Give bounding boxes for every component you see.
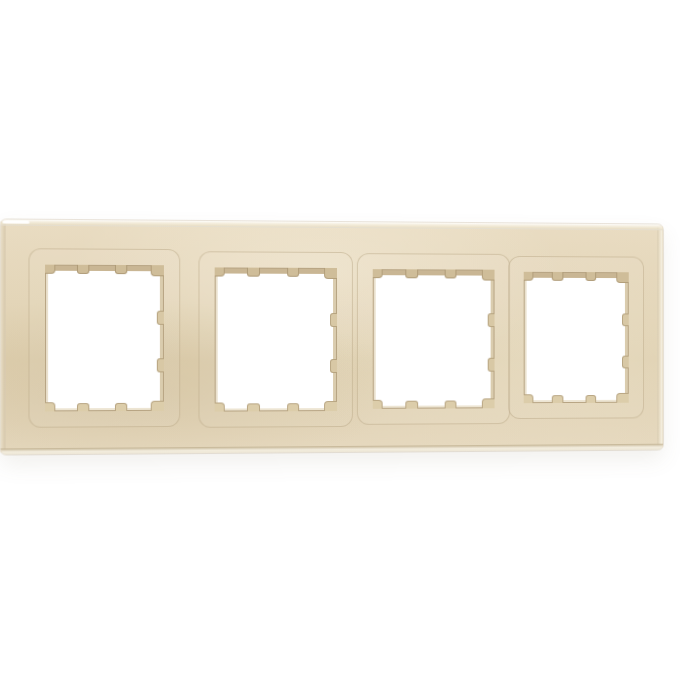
switch-window-1 — [45, 265, 164, 412]
corner-tab-icon — [482, 270, 495, 281]
corner-tab-icon — [45, 265, 55, 274]
corner-tab-icon — [324, 401, 337, 411]
corner-tab-icon — [373, 269, 383, 278]
mounting-tab — [330, 313, 337, 327]
glass-frame-4-gang — [0, 219, 663, 454]
corner-tab-icon — [151, 265, 164, 276]
mounting-tab — [247, 268, 260, 277]
mounting-tab — [157, 358, 164, 372]
mounting-tab — [405, 401, 418, 409]
mounting-tab — [622, 313, 629, 326]
mounting-tab — [157, 311, 164, 325]
mounting-tab — [488, 358, 495, 372]
mounting-tab — [77, 265, 90, 274]
switch-window-2 — [215, 267, 337, 411]
corner-glint — [3, 220, 30, 223]
corner-tab-icon — [524, 272, 534, 281]
corner-tab-icon — [215, 267, 225, 276]
mounting-tab — [247, 403, 260, 411]
corner-tab-icon — [215, 402, 225, 411]
mounting-tab — [287, 268, 299, 277]
corner-tab-icon — [524, 394, 534, 403]
mounting-tab — [330, 359, 337, 373]
mounting-tab — [115, 265, 127, 274]
mounting-tab — [115, 403, 127, 411]
corner-tab-icon — [45, 402, 55, 411]
corner-tab-icon — [151, 401, 164, 411]
corner-tab-icon — [324, 268, 337, 279]
mounting-tab — [77, 403, 90, 411]
mounting-tab — [445, 401, 457, 409]
mounting-tab — [586, 272, 596, 281]
product-photo — [0, 0, 680, 680]
mounting-tab — [488, 313, 495, 327]
mounting-tab — [622, 355, 629, 368]
corner-tab-icon — [616, 393, 628, 403]
mounting-tab — [445, 269, 457, 278]
mounting-tab — [287, 403, 299, 411]
switch-window-3 — [373, 269, 495, 409]
corner-tab-icon — [482, 398, 495, 408]
mounting-tab — [586, 395, 596, 403]
mounting-tab — [552, 272, 563, 281]
corner-tab-icon — [373, 400, 383, 409]
glass-left-edge — [0, 221, 5, 452]
mounting-tab — [552, 395, 563, 403]
glass-bottom-edge — [0, 444, 663, 455]
corner-tab-icon — [616, 272, 628, 283]
glass-right-edge — [657, 226, 663, 447]
switch-window-4 — [524, 272, 629, 403]
glass-top-edge — [0, 219, 663, 230]
mounting-tab — [405, 269, 418, 278]
